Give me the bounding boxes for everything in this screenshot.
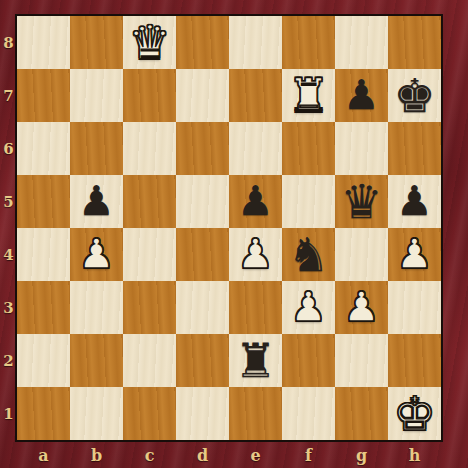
square-c6[interactable] [123, 122, 176, 175]
square-b8[interactable] [70, 16, 123, 69]
chess-board-window: 87654321 ♛♜♟♚♟♟♛♟♟♟♞♟♟♟♜♚ abcdefgh [0, 0, 468, 468]
file-label-a: a [17, 441, 70, 468]
square-f6[interactable] [282, 122, 335, 175]
white-queen-piece[interactable]: ♛ [128, 19, 170, 66]
square-e1[interactable] [229, 387, 282, 440]
square-a4[interactable] [17, 228, 70, 281]
file-label-b: b [70, 441, 123, 468]
square-e4[interactable]: ♟ [229, 228, 282, 281]
white-king-piece[interactable]: ♚ [393, 390, 435, 437]
white-pawn-piece[interactable]: ♟ [396, 234, 433, 275]
square-g7[interactable]: ♟ [335, 69, 388, 122]
square-a3[interactable] [17, 281, 70, 334]
file-label-h: h [388, 441, 441, 468]
square-g5[interactable]: ♛ [335, 175, 388, 228]
square-g8[interactable] [335, 16, 388, 69]
square-g6[interactable] [335, 122, 388, 175]
square-d1[interactable] [176, 387, 229, 440]
white-pawn-piece[interactable]: ♟ [78, 234, 115, 275]
square-e7[interactable] [229, 69, 282, 122]
square-e6[interactable] [229, 122, 282, 175]
square-f7[interactable]: ♜ [282, 69, 335, 122]
square-b5[interactable]: ♟ [70, 175, 123, 228]
square-g2[interactable] [335, 334, 388, 387]
square-e3[interactable] [229, 281, 282, 334]
square-c7[interactable] [123, 69, 176, 122]
square-e5[interactable]: ♟ [229, 175, 282, 228]
square-d2[interactable] [176, 334, 229, 387]
black-king-piece[interactable]: ♚ [393, 72, 435, 119]
file-label-d: d [176, 441, 229, 468]
rank-label-2: 2 [0, 334, 17, 387]
square-a7[interactable] [17, 69, 70, 122]
square-h7[interactable]: ♚ [388, 69, 441, 122]
black-knight-piece[interactable]: ♞ [287, 231, 329, 278]
square-e8[interactable] [229, 16, 282, 69]
square-b1[interactable] [70, 387, 123, 440]
square-a5[interactable] [17, 175, 70, 228]
square-a6[interactable] [17, 122, 70, 175]
square-d8[interactable] [176, 16, 229, 69]
square-f4[interactable]: ♞ [282, 228, 335, 281]
square-h5[interactable]: ♟ [388, 175, 441, 228]
chess-board: ♛♜♟♚♟♟♛♟♟♟♞♟♟♟♜♚ [17, 16, 441, 440]
square-b6[interactable] [70, 122, 123, 175]
rank-label-5: 5 [0, 175, 17, 228]
black-pawn-piece[interactable]: ♟ [343, 75, 380, 116]
square-f2[interactable] [282, 334, 335, 387]
file-label-g: g [335, 441, 388, 468]
white-pawn-piece[interactable]: ♟ [290, 287, 327, 328]
square-d6[interactable] [176, 122, 229, 175]
square-h8[interactable] [388, 16, 441, 69]
square-e2[interactable]: ♜ [229, 334, 282, 387]
square-d5[interactable] [176, 175, 229, 228]
rank-label-8: 8 [0, 16, 17, 69]
square-b4[interactable]: ♟ [70, 228, 123, 281]
square-d7[interactable] [176, 69, 229, 122]
square-b2[interactable] [70, 334, 123, 387]
square-h4[interactable]: ♟ [388, 228, 441, 281]
square-c5[interactable] [123, 175, 176, 228]
square-h3[interactable] [388, 281, 441, 334]
black-queen-piece[interactable]: ♛ [340, 178, 382, 225]
square-c1[interactable] [123, 387, 176, 440]
rank-label-7: 7 [0, 69, 17, 122]
square-g4[interactable] [335, 228, 388, 281]
square-f1[interactable] [282, 387, 335, 440]
square-g1[interactable] [335, 387, 388, 440]
square-a2[interactable] [17, 334, 70, 387]
black-pawn-piece[interactable]: ♟ [396, 181, 433, 222]
rank-coordinates: 87654321 [0, 16, 17, 440]
rank-label-4: 4 [0, 228, 17, 281]
white-pawn-piece[interactable]: ♟ [343, 287, 380, 328]
rank-label-6: 6 [0, 122, 17, 175]
square-f5[interactable] [282, 175, 335, 228]
square-f3[interactable]: ♟ [282, 281, 335, 334]
black-pawn-piece[interactable]: ♟ [78, 181, 115, 222]
file-coordinates: abcdefgh [17, 441, 441, 468]
white-pawn-piece[interactable]: ♟ [237, 234, 274, 275]
white-rook-piece[interactable]: ♜ [287, 72, 329, 119]
square-d3[interactable] [176, 281, 229, 334]
square-b7[interactable] [70, 69, 123, 122]
square-h2[interactable] [388, 334, 441, 387]
square-c8[interactable]: ♛ [123, 16, 176, 69]
square-g3[interactable]: ♟ [335, 281, 388, 334]
square-c2[interactable] [123, 334, 176, 387]
file-label-c: c [123, 441, 176, 468]
square-d4[interactable] [176, 228, 229, 281]
square-b3[interactable] [70, 281, 123, 334]
square-c3[interactable] [123, 281, 176, 334]
file-label-e: e [229, 441, 282, 468]
rank-label-3: 3 [0, 281, 17, 334]
black-rook-piece[interactable]: ♜ [234, 337, 276, 384]
square-a8[interactable] [17, 16, 70, 69]
rank-label-1: 1 [0, 387, 17, 440]
square-c4[interactable] [123, 228, 176, 281]
square-h1[interactable]: ♚ [388, 387, 441, 440]
square-f8[interactable] [282, 16, 335, 69]
black-pawn-piece[interactable]: ♟ [237, 181, 274, 222]
file-label-f: f [282, 441, 335, 468]
square-h6[interactable] [388, 122, 441, 175]
square-a1[interactable] [17, 387, 70, 440]
